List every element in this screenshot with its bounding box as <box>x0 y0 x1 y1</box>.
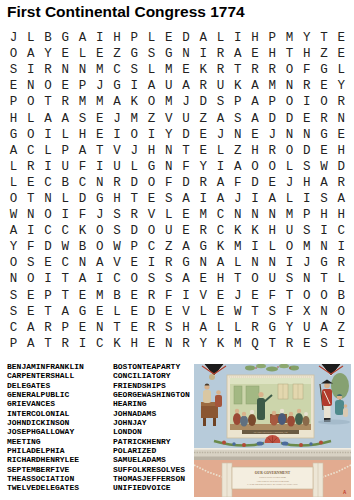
grid-cell: M <box>91 288 108 304</box>
grid-cell: O <box>264 159 281 175</box>
grid-cell: A <box>316 175 333 191</box>
grid-cell: S <box>229 110 246 126</box>
grid-cell: A <box>143 78 160 94</box>
grid-cell: A <box>74 271 91 287</box>
grid-cell: B <box>109 288 126 304</box>
grid-cell: L <box>229 320 246 336</box>
grid-cell: V <box>178 304 195 320</box>
grid-cell: R <box>40 62 57 78</box>
word-list-item: BOSTONTEAPARTY <box>113 362 190 371</box>
grid-cell: Y <box>160 127 177 143</box>
grid-cell: E <box>212 288 229 304</box>
grid-cell: O <box>316 288 333 304</box>
grid-cell: E <box>126 320 143 336</box>
grid-cell: M <box>229 336 246 352</box>
word-list-item: THOMASJEFFERSON <box>113 474 190 483</box>
grid-cell: F <box>74 207 91 223</box>
grid-cell: W <box>229 304 246 320</box>
grid-cell: Z <box>109 46 126 62</box>
grid-cell: R <box>264 143 281 159</box>
mural-illustration: THE FIRST CONTINENTAL CONGRESS, 1774 <box>194 364 351 497</box>
grid-cell: I <box>247 191 264 207</box>
grid-cell: R <box>57 336 74 352</box>
grid-cell: H <box>5 110 22 126</box>
grid-cell: E <box>22 288 39 304</box>
grid-cell: J <box>91 207 108 223</box>
grid-cell: G <box>74 304 91 320</box>
grid-cell: P <box>5 336 22 352</box>
grid-cell: Z <box>229 143 246 159</box>
grid-cell: P <box>126 30 143 46</box>
grid-cell: P <box>57 143 74 159</box>
grid-cell: O <box>143 94 160 110</box>
grid-cell: T <box>281 46 298 62</box>
grid-cell: S <box>126 62 143 78</box>
grid-cell: J <box>298 255 315 271</box>
grid-cell: N <box>74 255 91 271</box>
grid-cell: A <box>57 110 74 126</box>
grid-cell: S <box>298 159 315 175</box>
plaque-line-3: AND PURCHASED WITH BLOOD <box>256 480 289 482</box>
grid-cell: E <box>143 191 160 207</box>
grid-cell: L <box>109 304 126 320</box>
grid-cell: F <box>178 159 195 175</box>
grid-cell: I <box>109 127 126 143</box>
grid-cell: A <box>212 110 229 126</box>
grid-cell: N <box>178 46 195 62</box>
grid-cell: O <box>316 94 333 110</box>
grid-cell: A <box>5 223 22 239</box>
grid-cell: H <box>212 271 229 287</box>
grid-cell: O <box>40 207 57 223</box>
grid-cell: T <box>178 143 195 159</box>
grid-cell: A <box>40 110 57 126</box>
grid-cell: G <box>57 30 74 46</box>
grid-cell: Y <box>281 320 298 336</box>
grid-cell: O <box>281 94 298 110</box>
word-list-item: TWELVEDELEGATES <box>7 483 84 492</box>
grid-cell: P <box>74 78 91 94</box>
grid-cell: C <box>91 336 108 352</box>
grid-cell: L <box>212 30 229 46</box>
grid-cell: T <box>316 271 333 287</box>
grid-cell: F <box>298 62 315 78</box>
grid-cell: G <box>178 255 195 271</box>
grid-cell: A <box>247 110 264 126</box>
grid-cell: D <box>143 304 160 320</box>
grid-cell: F <box>74 159 91 175</box>
grid-cell: E <box>22 175 39 191</box>
grid-cell: E <box>333 30 350 46</box>
grid-cell: W <box>57 239 74 255</box>
grid-cell: P <box>298 207 315 223</box>
grid-cell: H <box>247 143 264 159</box>
grid-cell: L <box>40 143 57 159</box>
grid-cell: Z <box>195 110 212 126</box>
grid-cell: K <box>212 239 229 255</box>
grid-cell: I <box>40 159 57 175</box>
grid-cell: T <box>40 336 57 352</box>
word-list-item: RICHARDHENRYLEE <box>7 455 84 464</box>
grid-cell: T <box>126 191 143 207</box>
word-list-item: HEARING <box>113 399 190 408</box>
grid-cell: I <box>298 191 315 207</box>
grid-cell: N <box>316 304 333 320</box>
grid-cell: N <box>195 255 212 271</box>
grid-cell: T <box>109 320 126 336</box>
grid-cell: M <box>195 207 212 223</box>
grid-cell: N <box>281 78 298 94</box>
grid-cell: D <box>74 191 91 207</box>
grid-cell: U <box>298 320 315 336</box>
grid-cell: T <box>40 304 57 320</box>
grid-cell: P <box>126 239 143 255</box>
grid-cell: N <box>298 271 315 287</box>
grid-cell: E <box>247 288 264 304</box>
grid-cell: R <box>195 223 212 239</box>
word-list-item: PATRICKHENRY <box>113 437 190 446</box>
grid-cell: I <box>91 30 108 46</box>
grid-cell: N <box>57 62 74 78</box>
grid-cell: O <box>298 288 315 304</box>
grid-cell: T <box>281 288 298 304</box>
grid-cell: O <box>126 271 143 287</box>
grid-cell: R <box>143 320 160 336</box>
grid-cell: K <box>247 223 264 239</box>
grid-cell: E <box>247 46 264 62</box>
grid-cell: R <box>57 94 74 110</box>
grid-cell: I <box>143 127 160 143</box>
grid-cell: N <box>160 159 177 175</box>
grid-cell: F <box>281 304 298 320</box>
grid-cell: R <box>316 110 333 126</box>
grid-cell: A <box>212 175 229 191</box>
word-list-item: BENJAMINFRANKLIN <box>7 362 84 371</box>
grid-cell: G <box>195 239 212 255</box>
grid-cell: R <box>22 159 39 175</box>
grid-cell: E <box>264 175 281 191</box>
grid-cell: A <box>212 255 229 271</box>
word-list-column-1: BENJAMINFRANKLINCARPENTERSHALLDELEGATESG… <box>7 362 84 493</box>
grid-cell: C <box>40 175 57 191</box>
grid-cell: A <box>109 94 126 110</box>
grid-cell: L <box>143 62 160 78</box>
grid-cell: Q <box>247 336 264 352</box>
grid-cell: Z <box>333 320 350 336</box>
grid-cell: K <box>229 78 246 94</box>
grid-cell: T <box>57 288 74 304</box>
grid-cell: U <box>160 78 177 94</box>
grid-cell: M <box>160 62 177 78</box>
grid-cell: V <box>195 288 212 304</box>
grid-cell: S <box>298 223 315 239</box>
grid-cell: I <box>333 336 350 352</box>
grid-cell: D <box>126 223 143 239</box>
grid-cell: O <box>143 175 160 191</box>
grid-cell: N <box>40 191 57 207</box>
grid-cell: I <box>178 288 195 304</box>
grid-cell: A <box>22 46 39 62</box>
grid-cell: L <box>57 191 74 207</box>
grid-cell: S <box>316 191 333 207</box>
grid-cell: N <box>264 255 281 271</box>
grid-cell: S <box>143 271 160 287</box>
grid-cell: M <box>74 94 91 110</box>
grid-cell: T <box>264 336 281 352</box>
grid-cell: C <box>22 143 39 159</box>
grid-cell: A <box>229 159 246 175</box>
grid-cell: D <box>178 127 195 143</box>
grid-cell: U <box>160 223 177 239</box>
grid-cell: H <box>264 223 281 239</box>
grid-cell: I <box>40 271 57 287</box>
grid-cell: O <box>247 271 264 287</box>
grid-cell: E <box>57 46 74 62</box>
grid-cell: O <box>40 78 57 94</box>
word-list-item: FRIENDSHIPS <box>113 381 190 390</box>
grid-cell: S <box>5 304 22 320</box>
word-list-item: SUFFOLKRESOLVES <box>113 465 190 474</box>
grid-cell: P <box>5 94 22 110</box>
grid-cell: A <box>178 271 195 287</box>
grid-cell: G <box>264 320 281 336</box>
grid-cell: J <box>212 127 229 143</box>
grid-cell: Z <box>143 110 160 126</box>
grid-cell: E <box>91 127 108 143</box>
grid-cell: T <box>91 143 108 159</box>
grid-cell: R <box>333 175 350 191</box>
grid-cell: U <box>178 110 195 126</box>
grid-cell: O <box>126 127 143 143</box>
word-list-item: CARPENTERSHALL <box>7 371 84 380</box>
word-list-item: THEASSOCIATION <box>7 474 84 483</box>
grid-cell: C <box>212 207 229 223</box>
grid-cell: Y <box>195 336 212 352</box>
plaque-line-1: OUR GOVERNMENT <box>255 471 291 475</box>
grid-cell: Y <box>40 46 57 62</box>
grid-cell: E <box>74 288 91 304</box>
grid-cell: C <box>57 223 74 239</box>
grid-cell: M <box>229 239 246 255</box>
grid-cell: Y <box>298 30 315 46</box>
grid-cell: L <box>5 159 22 175</box>
grid-cell: O <box>281 143 298 159</box>
grid-cell: S <box>281 271 298 287</box>
grid-cell: H <box>298 46 315 62</box>
grid-cell: I <box>74 336 91 352</box>
grid-cell: H <box>333 143 350 159</box>
grid-cell: J <box>229 191 246 207</box>
grid-cell: E <box>195 143 212 159</box>
grid-cell: O <box>5 255 22 271</box>
grid-cell: A <box>178 191 195 207</box>
grid-cell: Y <box>195 159 212 175</box>
word-list-item: JOSEPHGALLOWAY <box>7 427 84 436</box>
grid-cell: H <box>316 207 333 223</box>
grid-cell: C <box>5 320 22 336</box>
grid-cell: A <box>91 255 108 271</box>
grid-cell: I <box>57 207 74 223</box>
grid-cell: D <box>178 175 195 191</box>
grid-cell: R <box>281 336 298 352</box>
grid-cell: L <box>195 304 212 320</box>
grid-cell: K <box>74 223 91 239</box>
grid-cell: L <box>5 175 22 191</box>
grid-cell: D <box>264 110 281 126</box>
grid-cell: O <box>91 223 108 239</box>
grid-cell: O <box>5 191 22 207</box>
grid-cell: A <box>74 143 91 159</box>
grid-cell: A <box>22 320 39 336</box>
grid-cell: H <box>143 143 160 159</box>
grid-cell: H <box>178 320 195 336</box>
grid-cell: U <box>264 271 281 287</box>
grid-cell: I <box>91 159 108 175</box>
grid-cell: A <box>74 30 91 46</box>
grid-cell: E <box>126 304 143 320</box>
grid-cell: T <box>57 271 74 287</box>
grid-cell: G <box>91 191 108 207</box>
grid-cell: R <box>143 288 160 304</box>
grid-cell: S <box>316 336 333 352</box>
grid-cell: H <box>109 30 126 46</box>
grid-cell: F <box>264 288 281 304</box>
word-list-item: JOHNDICKINSON <box>7 418 84 427</box>
grid-cell: N <box>160 336 177 352</box>
grid-cell: E <box>316 143 333 159</box>
grid-cell: A <box>5 143 22 159</box>
grid-cell: S <box>212 94 229 110</box>
grid-cell: H <box>247 30 264 46</box>
grid-cell: J <box>229 288 246 304</box>
grid-cell: F <box>229 175 246 191</box>
grid-cell: J <box>264 127 281 143</box>
grid-cell: L <box>160 207 177 223</box>
grid-cell: R <box>333 255 350 271</box>
grid-cell: N <box>229 207 246 223</box>
grid-cell: E <box>298 336 315 352</box>
word-list-item: DELEGATES <box>7 381 84 390</box>
grid-cell: O <box>91 239 108 255</box>
grid-cell: R <box>247 320 264 336</box>
grid-cell: I <box>212 159 229 175</box>
grid-cell: L <box>143 30 160 46</box>
word-list-item: UNIFIEDVOICE <box>113 483 190 492</box>
grid-cell: C <box>333 223 350 239</box>
grid-cell: E <box>195 271 212 287</box>
grid-cell: D <box>281 110 298 126</box>
grid-cell: A <box>22 336 39 352</box>
grid-cell: H <box>333 207 350 223</box>
grid-cell: T <box>316 30 333 46</box>
grid-cell: G <box>126 46 143 62</box>
painting-scene: THE FIRST CONTINENTAL CONGRESS, 1774 <box>230 378 311 434</box>
grid-cell: C <box>109 62 126 78</box>
grid-cell: L <box>281 159 298 175</box>
grid-cell: K <box>195 62 212 78</box>
grid-cell: L <box>264 239 281 255</box>
grid-cell: M <box>91 62 108 78</box>
grid-cell: M <box>298 239 315 255</box>
grid-cell: D <box>40 239 57 255</box>
grid-cell: A <box>229 46 246 62</box>
grid-cell: L <box>57 127 74 143</box>
grid-cell: A <box>178 239 195 255</box>
grid-cell: R <box>109 175 126 191</box>
grid-cell: G <box>316 127 333 143</box>
grid-cell: G <box>160 46 177 62</box>
grid-cell: S <box>74 110 91 126</box>
grid-cell: T <box>229 62 246 78</box>
grid-cell: E <box>143 336 160 352</box>
plaque-line-4: CAN BE PRESERVED ONLY BY CONSTANT VIGILA… <box>247 483 298 485</box>
word-list-item: CONCILIATORY <box>113 371 190 380</box>
grid-cell: H <box>74 127 91 143</box>
grid-cell: E <box>178 62 195 78</box>
grid-cell: M <box>160 94 177 110</box>
grid-cell: R <box>247 62 264 78</box>
page-title: First Continental Congress 1774 <box>7 3 347 21</box>
word-list-item: PHILADELPHIA <box>7 446 84 455</box>
grid-cell: R <box>298 78 315 94</box>
grid-cell: N <box>91 175 108 191</box>
grid-cell: C <box>109 271 126 287</box>
grid-cell: T <box>40 94 57 110</box>
grid-cell: K <box>212 336 229 352</box>
grid-cell: D <box>126 175 143 191</box>
grid-cell: E <box>160 30 177 46</box>
grid-cell: Y <box>333 78 350 94</box>
grid-cell: N <box>229 127 246 143</box>
grid-cell: I <box>333 239 350 255</box>
grid-cell: E <box>5 78 22 94</box>
grid-cell: C <box>212 223 229 239</box>
grid-cell: U <box>57 159 74 175</box>
grid-cell: A <box>212 191 229 207</box>
grid-cell: S <box>160 191 177 207</box>
grid-cell: S <box>109 223 126 239</box>
grid-cell: I <box>40 127 57 143</box>
grid-cell: R <box>195 78 212 94</box>
grid-cell: R <box>212 62 229 78</box>
grid-cell: T <box>229 271 246 287</box>
grid-cell: L <box>229 255 246 271</box>
grid-cell: L <box>212 320 229 336</box>
grid-cell: R <box>126 207 143 223</box>
grid-cell: A <box>247 78 264 94</box>
grid-cell: O <box>22 94 39 110</box>
grid-cell: N <box>281 127 298 143</box>
word-list-item: GENERALPUBLIC <box>7 390 84 399</box>
grid-cell: F <box>160 175 177 191</box>
grid-cell: A <box>178 78 195 94</box>
plaque-line-2: CONCEIVED IN FREEDOM <box>259 476 286 478</box>
grid-cell: C <box>74 175 91 191</box>
grid-cell: R <box>195 175 212 191</box>
grid-cell: N <box>316 239 333 255</box>
grid-cell: R <box>212 46 229 62</box>
grid-cell: E <box>298 110 315 126</box>
inscription-wall: OUR GOVERNMENT CONCEIVED IN FREEDOM AND … <box>194 460 351 497</box>
grid-cell: M <box>91 94 108 110</box>
grid-cell: K <box>109 336 126 352</box>
capitol-mural-image: THE FIRST CONTINENTAL CONGRESS, 1774 <box>194 364 351 497</box>
grid-cell: L <box>333 62 350 78</box>
grid-cell: A <box>264 191 281 207</box>
grid-cell: S <box>22 255 39 271</box>
grid-cell: A <box>195 320 212 336</box>
grid-cell: B <box>57 175 74 191</box>
